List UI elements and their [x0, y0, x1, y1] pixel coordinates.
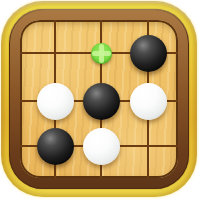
board-wooden-frame: [9, 9, 189, 189]
black-stone: [37, 128, 74, 165]
go-app-icon[interactable]: [1, 1, 197, 197]
go-board: [20, 20, 178, 178]
white-stone: [130, 83, 167, 120]
highlight-marker: [91, 43, 112, 64]
white-stone: [83, 128, 120, 165]
black-stone: [130, 35, 167, 72]
white-stone: [37, 83, 74, 120]
marker-cross-vertical: [99, 44, 104, 63]
icon-background: [0, 0, 200, 200]
black-stone: [83, 83, 120, 120]
